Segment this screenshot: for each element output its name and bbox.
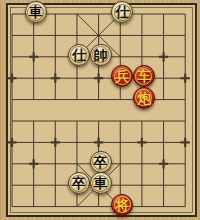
piece-character: 卒 (72, 172, 86, 194)
piece-character: 仕 (115, 1, 129, 23)
piece-character: 車 (94, 172, 108, 194)
piece-red-chariot-g6[interactable]: 车 (133, 65, 155, 87)
piece-ivory-soldier-d1[interactable]: 卒 (68, 172, 90, 194)
piece-character: 将 (115, 194, 129, 216)
piece-ivory-soldier-e2[interactable]: 卒 (90, 151, 112, 173)
piece-character: 兵 (115, 65, 129, 87)
piece-character: 卒 (94, 151, 108, 173)
piece-character: 仕 (72, 44, 86, 66)
xiangqi-board[interactable]: 車仕仕帥兵车炮卒卒車将 (0, 0, 200, 220)
piece-character: 帥 (94, 44, 108, 66)
piece-red-cannon-g5[interactable]: 炮 (133, 87, 155, 109)
piece-character: 车 (137, 65, 151, 87)
piece-character: 車 (29, 1, 43, 23)
piece-ivory-advisor-d7[interactable]: 仕 (68, 44, 90, 66)
piece-ivory-general-e7[interactable]: 帥 (90, 44, 112, 66)
piece-ivory-chariot-b9[interactable]: 車 (25, 1, 47, 23)
piece-character: 炮 (137, 87, 151, 109)
piece-red-general-f0[interactable]: 将 (111, 194, 133, 216)
piece-ivory-chariot-e1[interactable]: 車 (90, 172, 112, 194)
